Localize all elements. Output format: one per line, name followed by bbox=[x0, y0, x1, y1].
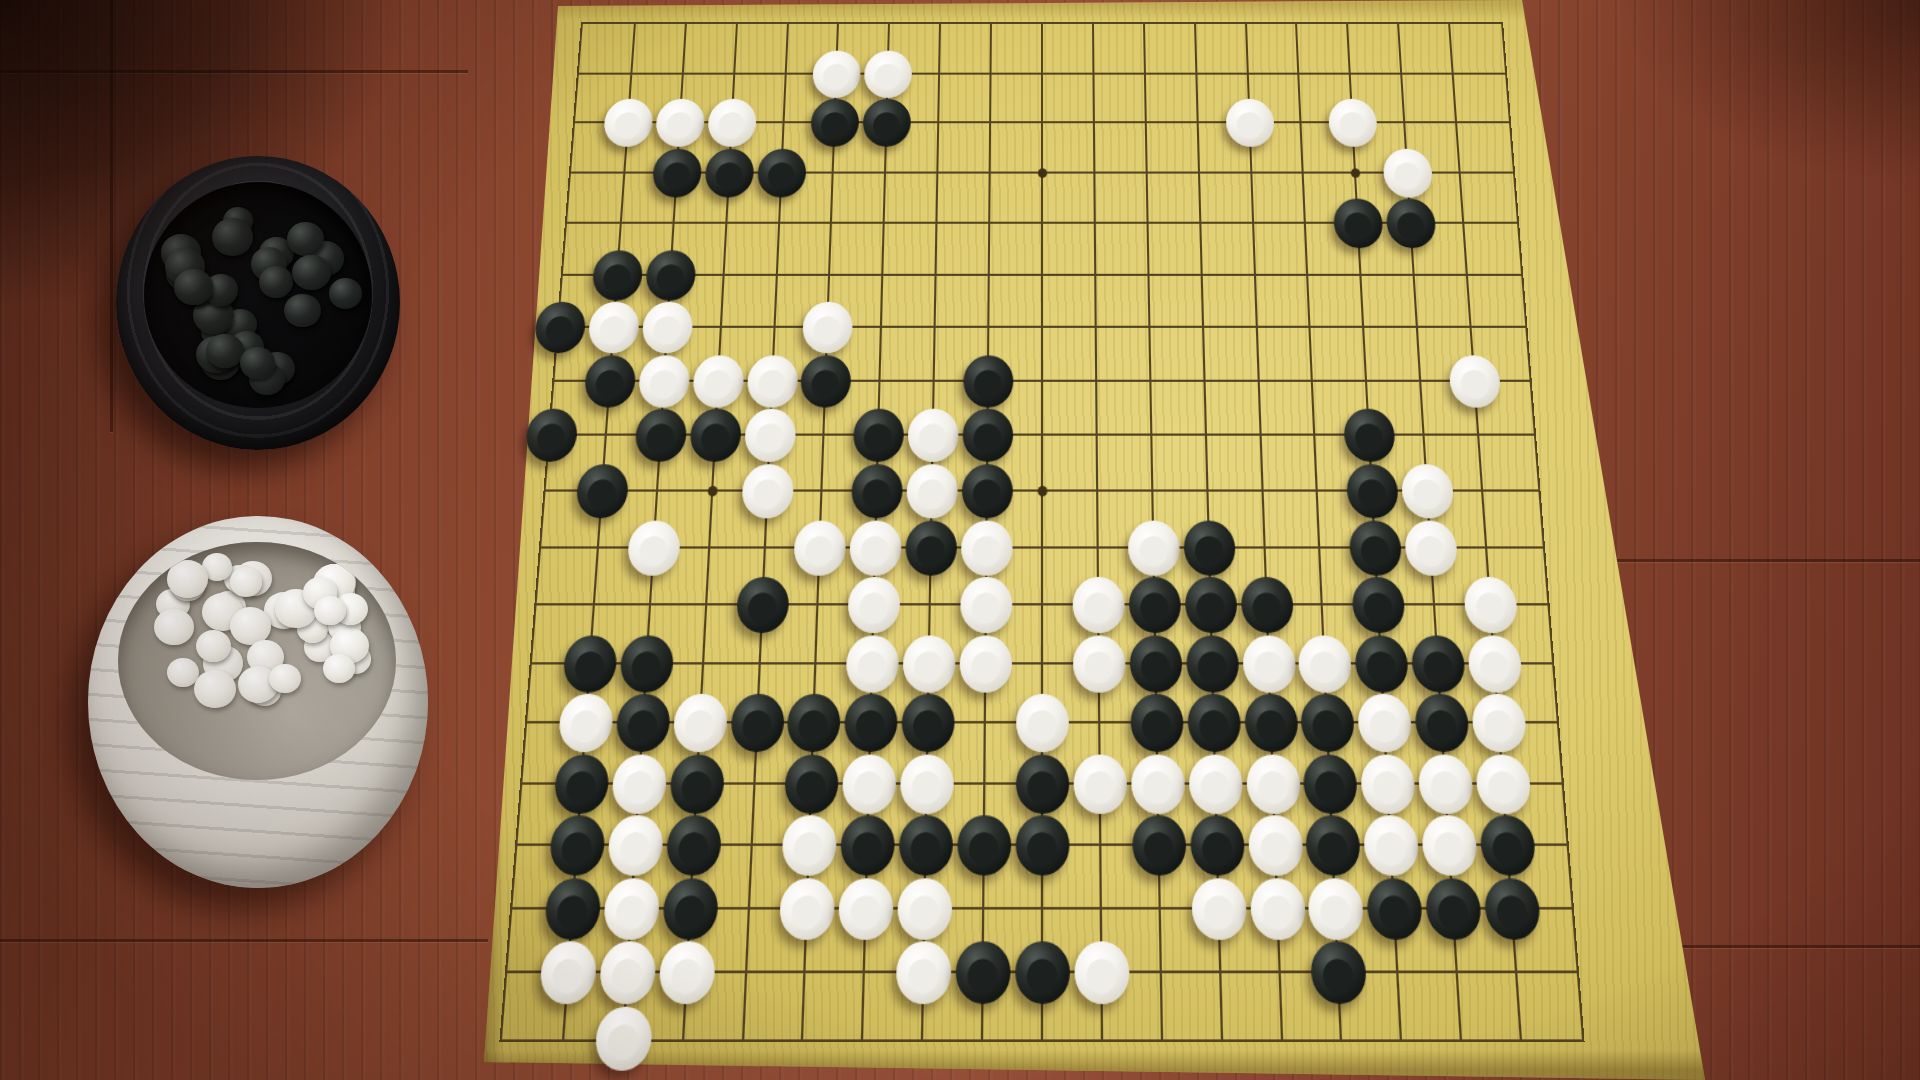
black-stone-glyph: ● bbox=[1341, 205, 1374, 241]
white-stone-glyph: ● bbox=[716, 105, 748, 140]
stone-black-r14c14: ● bbox=[1244, 693, 1299, 751]
stone-white-r18c11: ● bbox=[1074, 941, 1129, 1004]
stone-black-r14c3: ● bbox=[614, 693, 670, 751]
stone-white-r8c3: ● bbox=[637, 355, 690, 407]
black-stone-glyph: ● bbox=[1025, 949, 1060, 994]
white-bowl-stones bbox=[118, 542, 396, 780]
white-bowl-stone bbox=[194, 670, 236, 709]
white-stone-glyph: ● bbox=[621, 762, 657, 805]
stone-black-r8c2: ● bbox=[583, 355, 637, 407]
white-stone-glyph: ● bbox=[1260, 886, 1296, 931]
stone-white-r13c9: ● bbox=[959, 635, 1012, 692]
stone-black-r16c7: ● bbox=[839, 815, 894, 875]
stone-white-r15c8: ● bbox=[899, 754, 953, 813]
stone-black-r16c18: ● bbox=[1478, 815, 1536, 875]
stone-white-r8c5: ● bbox=[746, 355, 798, 407]
white-stone-glyph: ● bbox=[1140, 762, 1174, 805]
stone-black-r10c2: ● bbox=[574, 464, 629, 518]
white-stone-glyph: ● bbox=[1457, 362, 1491, 400]
stone-black-r13c2: ● bbox=[561, 635, 617, 692]
stone-white-r13c7: ● bbox=[845, 635, 899, 692]
stone-white-r13c8: ● bbox=[902, 635, 955, 692]
black-stone-glyph: ● bbox=[584, 471, 619, 510]
black-stone-glyph: ● bbox=[1489, 823, 1526, 867]
white-bowl-stone bbox=[269, 664, 301, 693]
white-stone-glyph: ● bbox=[1252, 643, 1286, 684]
stone-black-r16c15: ● bbox=[1304, 815, 1360, 875]
white-stone-glyph: ● bbox=[811, 308, 844, 345]
white-stone-glyph: ● bbox=[1082, 584, 1115, 625]
black-stone-glyph: ● bbox=[1423, 701, 1459, 743]
stone-white-r3c4: ● bbox=[706, 98, 756, 146]
stone-white-r9c5: ● bbox=[743, 408, 796, 461]
stone-black-r10c7: ● bbox=[850, 464, 902, 518]
black-stone-glyph: ● bbox=[572, 643, 608, 684]
black-stone-glyph: ● bbox=[554, 886, 591, 931]
white-stone-glyph: ● bbox=[1317, 886, 1353, 931]
stone-white-r14c18: ● bbox=[1470, 693, 1527, 751]
black-stone-bowl bbox=[116, 156, 400, 450]
stone-white-r11c6: ● bbox=[793, 520, 846, 575]
white-stone-glyph: ● bbox=[1476, 643, 1512, 684]
stone-black-r9c7: ● bbox=[852, 408, 904, 461]
black-stone-glyph: ● bbox=[1194, 584, 1228, 625]
stone-black-r11c13: ● bbox=[1183, 520, 1236, 575]
white-stone-glyph: ● bbox=[1137, 528, 1170, 568]
stone-white-r11c3: ● bbox=[626, 520, 681, 575]
stone-white-r7c3: ● bbox=[641, 301, 694, 352]
black-stone-glyph: ● bbox=[765, 155, 797, 190]
black-stone-glyph: ● bbox=[1250, 584, 1284, 625]
stone-black-r17c16: ● bbox=[1365, 878, 1422, 940]
black-bowl-stone bbox=[284, 294, 321, 328]
black-stone-glyph: ● bbox=[853, 701, 887, 743]
black-stone-glyph: ● bbox=[1309, 701, 1344, 743]
black-stone-glyph: ● bbox=[698, 415, 732, 453]
black-bowl-stone bbox=[259, 266, 293, 298]
white-stone-glyph: ● bbox=[907, 886, 942, 931]
white-stone-glyph: ● bbox=[1431, 823, 1468, 867]
white-stone-glyph: ● bbox=[1472, 584, 1508, 625]
black-stone-glyph: ● bbox=[871, 105, 902, 140]
black-bowl-stone bbox=[240, 347, 274, 378]
stone-white-r7c2: ● bbox=[587, 301, 640, 352]
white-stone-glyph: ● bbox=[1372, 823, 1408, 867]
stone-white-r17c13: ● bbox=[1191, 878, 1247, 940]
stone-white-r15c11: ● bbox=[1073, 754, 1127, 813]
white-stone-glyph: ● bbox=[1336, 105, 1368, 140]
stone-black-r4c5: ● bbox=[756, 148, 806, 197]
star-point bbox=[1038, 168, 1047, 177]
white-bowl-stone bbox=[323, 654, 355, 683]
stone-black-r12c14: ● bbox=[1240, 576, 1294, 632]
stone-black-r18c10: ● bbox=[1014, 941, 1069, 1004]
black-bowl-stone bbox=[329, 278, 362, 309]
black-stone-glyph: ● bbox=[625, 701, 661, 743]
plank-seam bbox=[0, 70, 468, 73]
white-stone-glyph: ● bbox=[756, 362, 789, 400]
white-stone-glyph: ● bbox=[1082, 643, 1115, 684]
black-stone-glyph: ● bbox=[600, 257, 634, 293]
black-stone-glyph: ● bbox=[1420, 643, 1456, 684]
stone-white-r3c16: ● bbox=[1327, 98, 1377, 146]
black-stone-glyph: ● bbox=[679, 762, 715, 805]
stone-black-r14c6: ● bbox=[786, 693, 841, 751]
stone-white-r15c12: ● bbox=[1130, 754, 1184, 813]
white-stone-glyph: ● bbox=[916, 415, 948, 453]
white-stone-glyph: ● bbox=[1413, 528, 1448, 568]
black-stone-glyph: ● bbox=[745, 584, 779, 625]
white-stone-glyph: ● bbox=[1234, 105, 1265, 140]
white-stone-glyph: ● bbox=[1485, 762, 1522, 805]
stone-white-r16c6: ● bbox=[781, 815, 837, 875]
black-stone-glyph: ● bbox=[1025, 823, 1059, 867]
white-stone-glyph: ● bbox=[664, 105, 696, 140]
black-stone-glyph: ● bbox=[850, 823, 885, 867]
black-stone-glyph: ● bbox=[972, 362, 1004, 400]
black-stone-glyph: ● bbox=[1138, 584, 1171, 625]
stone-white-r16c14: ● bbox=[1247, 815, 1303, 875]
stone-white-r15c14: ● bbox=[1245, 754, 1300, 813]
black-stone-glyph: ● bbox=[1352, 415, 1386, 453]
stone-black-r16c12: ● bbox=[1131, 815, 1186, 875]
stone-black-r14c17: ● bbox=[1413, 693, 1469, 751]
black-stone-glyph: ● bbox=[1312, 762, 1347, 805]
white-stone-glyph: ● bbox=[1201, 886, 1236, 931]
white-stone-glyph: ● bbox=[1427, 762, 1463, 805]
stone-black-r13c3: ● bbox=[618, 635, 674, 692]
stone-black-r16c13: ● bbox=[1189, 815, 1244, 875]
stone-white-r7c6: ● bbox=[801, 301, 852, 352]
stone-black-r3c7: ● bbox=[862, 98, 911, 146]
table-surface: { "game": "go", "board_size": 19, "posit… bbox=[0, 0, 1920, 1080]
stone-black-r9c3: ● bbox=[634, 408, 688, 461]
stone-black-r15c15: ● bbox=[1302, 754, 1358, 813]
stone-white-r14c2: ● bbox=[557, 693, 614, 751]
white-stone-glyph: ● bbox=[791, 823, 826, 867]
black-stone-glyph: ● bbox=[1434, 886, 1471, 931]
white-stone-glyph: ● bbox=[596, 308, 630, 345]
stone-white-r14c4: ● bbox=[672, 693, 728, 751]
white-stone-glyph: ● bbox=[969, 643, 1002, 684]
stone-white-r15c13: ● bbox=[1188, 754, 1243, 813]
stone-white-r14c16: ● bbox=[1356, 693, 1412, 751]
stone-black-r16c9: ● bbox=[956, 815, 1010, 875]
black-stone-glyph: ● bbox=[1360, 584, 1395, 625]
black-stone-glyph: ● bbox=[971, 415, 1003, 453]
white-bowl-stone bbox=[230, 567, 262, 597]
stone-black-r14c12: ● bbox=[1130, 693, 1184, 751]
white-stone-glyph: ● bbox=[872, 57, 903, 91]
stone-black-r6c2: ● bbox=[591, 250, 644, 300]
black-stone-glyph: ● bbox=[1358, 528, 1392, 568]
black-stone-glyph: ● bbox=[1025, 762, 1059, 805]
stone-black-r14c5: ● bbox=[729, 693, 784, 751]
black-stone-glyph: ● bbox=[558, 823, 595, 867]
stone-white-r12c18: ● bbox=[1462, 576, 1518, 632]
black-bowl-stone bbox=[287, 222, 325, 257]
stone-black-r9c4: ● bbox=[688, 408, 741, 461]
stone-white-r17c14: ● bbox=[1249, 878, 1305, 940]
stone-black-r18c15: ● bbox=[1309, 941, 1367, 1004]
black-bowl-stone bbox=[292, 255, 330, 290]
black-stone-glyph: ● bbox=[1141, 823, 1176, 867]
stone-white-r10c8: ● bbox=[906, 464, 958, 518]
stone-black-r5c16: ● bbox=[1332, 198, 1383, 248]
stone-white-r13c11: ● bbox=[1072, 635, 1125, 692]
black-stone-glyph: ● bbox=[1199, 823, 1234, 867]
white-stone-bowl bbox=[88, 516, 428, 888]
black-stone-glyph: ● bbox=[1139, 643, 1173, 684]
white-stone-glyph: ● bbox=[909, 762, 943, 805]
stone-white-r11c12: ● bbox=[1127, 520, 1179, 575]
stone-black-r13c12: ● bbox=[1129, 635, 1182, 692]
stone-white-r18c4: ● bbox=[658, 941, 716, 1004]
white-stone-glyph: ● bbox=[912, 643, 946, 684]
stone-white-r18c3: ● bbox=[598, 941, 657, 1004]
black-stone-glyph: ● bbox=[1493, 886, 1530, 931]
stone-white-r15c16: ● bbox=[1359, 754, 1415, 813]
white-stone-glyph: ● bbox=[855, 643, 889, 684]
white-stone-glyph: ● bbox=[915, 471, 948, 510]
black-stone-glyph: ● bbox=[860, 471, 893, 510]
stone-black-r11c16: ● bbox=[1348, 520, 1402, 575]
stone-white-r16c17: ● bbox=[1420, 815, 1477, 875]
black-stone-glyph: ● bbox=[965, 949, 1000, 994]
stone-black-r13c17: ● bbox=[1410, 635, 1466, 692]
stone-white-r15c17: ● bbox=[1417, 754, 1474, 813]
white-stone-glyph: ● bbox=[857, 584, 891, 625]
black-stone-glyph: ● bbox=[819, 105, 850, 140]
stone-white-r12c9: ● bbox=[960, 576, 1012, 632]
white-stone-glyph: ● bbox=[858, 528, 891, 568]
stone-black-r16c10: ● bbox=[1015, 815, 1069, 875]
white-stone-glyph: ● bbox=[851, 762, 886, 805]
stone-black-r4c4: ● bbox=[704, 148, 755, 197]
black-stone-glyph: ● bbox=[1376, 886, 1413, 931]
stone-black-r15c10: ● bbox=[1015, 754, 1068, 813]
stone-white-r2c7: ● bbox=[863, 50, 912, 97]
white-stone-glyph: ● bbox=[750, 471, 784, 510]
black-stone-glyph: ● bbox=[862, 415, 895, 453]
white-stone-glyph: ● bbox=[604, 1015, 642, 1061]
stone-white-r17c3: ● bbox=[602, 878, 660, 940]
white-stone-glyph: ● bbox=[617, 823, 654, 867]
black-stone-glyph: ● bbox=[1139, 701, 1173, 743]
black-stone-glyph: ● bbox=[672, 886, 709, 931]
white-stone-glyph: ● bbox=[1366, 701, 1402, 743]
white-stone-glyph: ● bbox=[1257, 823, 1292, 867]
white-stone-glyph: ● bbox=[1084, 949, 1119, 994]
stone-black-r14c8: ● bbox=[901, 693, 955, 751]
stone-white-r17c6: ● bbox=[778, 878, 834, 940]
black-bowl-stones bbox=[144, 182, 372, 408]
stone-black-r17c2: ● bbox=[543, 878, 602, 940]
white-stone-glyph: ● bbox=[821, 57, 852, 91]
white-stone-glyph: ● bbox=[905, 949, 940, 994]
stone-black-r16c4: ● bbox=[665, 815, 722, 875]
black-stone-glyph: ● bbox=[713, 155, 745, 190]
stone-black-r11c8: ● bbox=[904, 520, 956, 575]
stone-black-r12c12: ● bbox=[1128, 576, 1181, 632]
white-bowl-stone bbox=[196, 630, 231, 662]
stone-black-r12c13: ● bbox=[1184, 576, 1237, 632]
stone-white-r11c7: ● bbox=[849, 520, 902, 575]
stone-white-r17c8: ● bbox=[897, 878, 952, 940]
stone-white-r13c15: ● bbox=[1297, 635, 1352, 692]
plank-seam bbox=[110, 0, 113, 432]
white-stone-glyph: ● bbox=[1307, 643, 1342, 684]
white-stone-glyph: ● bbox=[567, 701, 603, 743]
white-stone-glyph: ● bbox=[802, 528, 836, 568]
stone-black-r17c4: ● bbox=[661, 878, 718, 940]
black-stone-glyph: ● bbox=[534, 415, 569, 453]
stone-white-r13c18: ● bbox=[1466, 635, 1522, 692]
white-stone-glyph: ● bbox=[636, 528, 671, 568]
white-stone-glyph: ● bbox=[1480, 701, 1516, 743]
stone-black-r17c18: ● bbox=[1482, 878, 1541, 940]
stone-black-r13c16: ● bbox=[1353, 635, 1408, 692]
white-bowl-stone bbox=[314, 596, 346, 626]
white-stone-glyph: ● bbox=[613, 886, 650, 931]
plank-seam bbox=[0, 939, 488, 942]
stone-white-r10c17: ● bbox=[1400, 464, 1454, 518]
stone-white-r11c9: ● bbox=[960, 520, 1012, 575]
stone-white-r15c3: ● bbox=[610, 754, 667, 813]
stone-black-r12c5: ● bbox=[735, 576, 789, 632]
stone-white-r12c7: ● bbox=[847, 576, 900, 632]
black-stone-glyph: ● bbox=[1192, 528, 1225, 568]
stone-white-r18c2: ● bbox=[538, 941, 597, 1004]
stone-white-r2c6: ● bbox=[812, 50, 861, 97]
black-stone-glyph: ● bbox=[1196, 701, 1230, 743]
board-grid[interactable]: ●●●●●●●●●●●●●●●●●●●●●●●●●●●●●●●●●●●●●●●●… bbox=[499, 22, 1584, 1042]
stone-black-r15c2: ● bbox=[552, 754, 609, 813]
stone-white-r11c17: ● bbox=[1403, 520, 1458, 575]
white-stone-glyph: ● bbox=[1369, 762, 1405, 805]
white-stone-glyph: ● bbox=[701, 362, 735, 400]
stone-black-r3c6: ● bbox=[810, 98, 860, 146]
black-bowl-stone bbox=[174, 269, 212, 304]
white-stone-glyph: ● bbox=[1391, 155, 1424, 190]
black-stone-glyph: ● bbox=[654, 257, 687, 293]
white-stone-glyph: ● bbox=[647, 362, 681, 400]
stone-black-r14c13: ● bbox=[1187, 693, 1241, 751]
stone-black-r8c6: ● bbox=[799, 355, 851, 407]
stone-white-r3c2: ● bbox=[602, 98, 653, 146]
stone-black-r15c4: ● bbox=[668, 754, 724, 813]
stone-black-r16c2: ● bbox=[548, 815, 606, 875]
white-stone-glyph: ● bbox=[753, 415, 786, 453]
black-stone-glyph: ● bbox=[592, 362, 626, 400]
white-stone-glyph: ● bbox=[682, 701, 718, 743]
black-stone-glyph: ● bbox=[967, 823, 1001, 867]
white-stone-glyph: ● bbox=[650, 308, 684, 345]
star-point bbox=[1351, 168, 1361, 177]
black-stone-glyph: ● bbox=[971, 471, 1003, 510]
white-stone-glyph: ● bbox=[612, 105, 645, 140]
black-stone-glyph: ● bbox=[1363, 643, 1398, 684]
black-stone-glyph: ● bbox=[914, 528, 947, 568]
stone-white-r16c3: ● bbox=[606, 815, 663, 875]
white-stone-glyph: ● bbox=[1025, 701, 1058, 743]
white-stone-glyph: ● bbox=[848, 886, 883, 931]
stone-white-r8c4: ● bbox=[692, 355, 745, 407]
stone-white-r3c14: ● bbox=[1225, 98, 1275, 146]
black-stone-glyph: ● bbox=[911, 701, 945, 743]
white-bowl-stone bbox=[154, 609, 193, 645]
star-point bbox=[708, 486, 718, 496]
stone-black-r18c9: ● bbox=[955, 941, 1010, 1004]
white-stone-glyph: ● bbox=[969, 584, 1002, 625]
black-stone-glyph: ● bbox=[1253, 701, 1288, 743]
white-stone-glyph: ● bbox=[1410, 471, 1445, 510]
stone-white-r15c7: ● bbox=[841, 754, 896, 813]
black-stone-glyph: ● bbox=[643, 415, 677, 453]
stone-black-r9c9: ● bbox=[962, 408, 1013, 461]
grid-line bbox=[1092, 24, 1103, 1039]
stone-white-r17c15: ● bbox=[1307, 878, 1364, 940]
white-stone-glyph: ● bbox=[1083, 762, 1117, 805]
black-stone-glyph: ● bbox=[675, 823, 711, 867]
stone-black-r9c16: ● bbox=[1342, 408, 1395, 461]
stone-white-r18c8: ● bbox=[895, 941, 951, 1004]
white-stone-glyph: ● bbox=[609, 949, 646, 994]
stone-white-r15c18: ● bbox=[1474, 754, 1531, 813]
stone-black-r6c3: ● bbox=[644, 250, 696, 300]
black-stone-glyph: ● bbox=[1320, 949, 1357, 994]
black-stone-glyph: ● bbox=[660, 155, 693, 190]
black-bowl-stone bbox=[212, 218, 253, 256]
white-stone-glyph: ● bbox=[668, 949, 705, 994]
white-stone-glyph: ● bbox=[549, 949, 587, 994]
white-stone-glyph: ● bbox=[1255, 762, 1290, 805]
black-stone-glyph: ● bbox=[1394, 205, 1427, 241]
black-stone-glyph: ● bbox=[543, 308, 577, 345]
stone-white-r16c16: ● bbox=[1362, 815, 1419, 875]
stone-white-r4c17: ● bbox=[1382, 148, 1433, 197]
white-stone-glyph: ● bbox=[1198, 762, 1233, 805]
white-stone-glyph: ● bbox=[789, 886, 825, 931]
black-stone-glyph: ● bbox=[796, 701, 831, 743]
black-stone-glyph: ● bbox=[1355, 471, 1389, 510]
black-stone-glyph: ● bbox=[1314, 823, 1350, 867]
white-stone-glyph: ● bbox=[970, 528, 1003, 568]
stone-black-r15c6: ● bbox=[783, 754, 838, 813]
black-stone-glyph: ● bbox=[793, 762, 828, 805]
stone-black-r12c16: ● bbox=[1351, 576, 1406, 632]
stone-white-r13c14: ● bbox=[1242, 635, 1296, 692]
black-stone-glyph: ● bbox=[809, 362, 842, 400]
white-bowl-stone bbox=[167, 560, 208, 598]
stone-white-r3c3: ● bbox=[654, 98, 705, 146]
stone-black-r8c9: ● bbox=[963, 355, 1013, 407]
stone-white-r14c10: ● bbox=[1016, 693, 1069, 751]
stone-black-r5c17: ● bbox=[1385, 198, 1437, 248]
stone-black-r10c16: ● bbox=[1345, 464, 1399, 518]
stone-black-r16c8: ● bbox=[898, 815, 953, 875]
stone-black-r13c13: ● bbox=[1185, 635, 1239, 692]
stone-black-r14c15: ● bbox=[1299, 693, 1354, 751]
black-bowl-stone bbox=[206, 334, 243, 368]
stone-black-r14c7: ● bbox=[843, 693, 897, 751]
stone-black-r4c3: ● bbox=[651, 148, 702, 197]
stone-white-r9c8: ● bbox=[907, 408, 958, 461]
black-stone-glyph: ● bbox=[1195, 643, 1229, 684]
stone-black-r17c17: ● bbox=[1424, 878, 1482, 940]
black-stone-glyph: ● bbox=[629, 643, 665, 684]
black-stone-glyph: ● bbox=[563, 762, 600, 805]
